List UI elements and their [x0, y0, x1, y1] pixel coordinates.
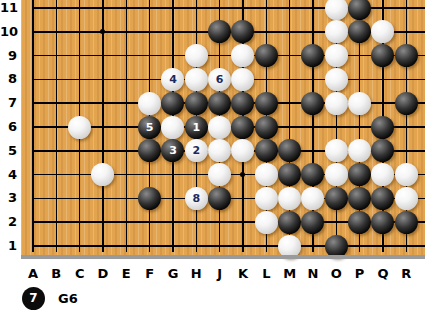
stone-white-J4 — [208, 163, 231, 186]
stone-black-N4 — [301, 163, 324, 186]
stone-black-N2 — [301, 211, 324, 234]
stone-white-O10 — [325, 20, 348, 43]
stone-white-F7 — [138, 92, 161, 115]
stone-black-Q2 — [371, 211, 394, 234]
stone-black-R9 — [395, 44, 418, 67]
stone-black-M2 — [278, 211, 301, 234]
stone-black-H6: 1 — [185, 116, 208, 139]
stone-black-K7 — [231, 92, 254, 115]
stone-white-D4 — [91, 163, 114, 186]
stone-black-L9 — [255, 44, 278, 67]
stone-white-J6 — [208, 116, 231, 139]
stone-black-J3 — [208, 187, 231, 210]
row-label-7: 7 — [0, 94, 17, 112]
stone-black-L6 — [255, 116, 278, 139]
row-label-9: 9 — [0, 47, 17, 65]
stone-white-P7 — [348, 92, 371, 115]
star-point-K4 — [240, 172, 245, 177]
stone-black-H7 — [185, 92, 208, 115]
row-label-10: 10 — [0, 23, 17, 41]
row-label-5: 5 — [0, 142, 17, 160]
stone-black-N7 — [301, 92, 324, 115]
move-number-3: 3 — [169, 145, 177, 156]
col-label-F: F — [140, 266, 160, 282]
grid-line-row-9 — [32, 55, 425, 57]
row-label-6: 6 — [0, 118, 17, 136]
move-number-2: 2 — [192, 145, 200, 156]
stone-white-K9 — [231, 44, 254, 67]
stone-white-H5: 2 — [185, 139, 208, 162]
stone-white-H9 — [185, 44, 208, 67]
col-label-R: R — [396, 266, 416, 282]
stone-white-O11 — [325, 0, 348, 20]
col-label-E: E — [116, 266, 136, 282]
stone-white-O8 — [325, 68, 348, 91]
star-point-D10 — [100, 29, 105, 34]
col-label-O: O — [326, 266, 346, 282]
stone-black-R7 — [395, 92, 418, 115]
grid-line-row-1 — [32, 245, 425, 247]
stone-black-Q5 — [371, 139, 394, 162]
row-label-8: 8 — [0, 70, 17, 88]
move-number-5: 5 — [146, 122, 154, 133]
col-label-C: C — [70, 266, 90, 282]
stone-black-K10 — [231, 20, 254, 43]
col-label-D: D — [93, 266, 113, 282]
col-label-B: B — [46, 266, 66, 282]
stone-black-P3 — [348, 187, 371, 210]
stone-white-N3 — [301, 187, 324, 210]
move-number-1: 1 — [192, 122, 200, 133]
stone-black-P4 — [348, 163, 371, 186]
col-label-N: N — [303, 266, 323, 282]
col-label-G: G — [163, 266, 183, 282]
stone-white-R3 — [395, 187, 418, 210]
stone-white-O4 — [325, 163, 348, 186]
stone-black-J7 — [208, 92, 231, 115]
col-label-A: A — [23, 266, 43, 282]
stone-black-L7 — [255, 92, 278, 115]
stone-black-L5 — [255, 139, 278, 162]
row-label-3: 3 — [0, 189, 17, 207]
stone-white-J8: 6 — [208, 68, 231, 91]
stone-black-P11 — [348, 0, 371, 20]
stone-black-G7 — [161, 92, 184, 115]
col-label-J: J — [210, 266, 230, 282]
col-label-Q: Q — [373, 266, 393, 282]
go-diagram: 4651328 1110987654321ABCDEFGHJKLMNOPQR 7… — [0, 0, 425, 321]
move-caption: 7 G6 — [22, 286, 78, 310]
stone-black-Q9 — [371, 44, 394, 67]
row-label-4: 4 — [0, 166, 17, 184]
move-number-6: 6 — [216, 74, 224, 85]
stone-black-M5 — [278, 139, 301, 162]
stone-white-K8 — [231, 68, 254, 91]
stone-black-Q6 — [371, 116, 394, 139]
stone-black-F5 — [138, 139, 161, 162]
stone-black-P2 — [348, 211, 371, 234]
row-label-1: 1 — [0, 237, 17, 255]
stone-white-Q10 — [371, 20, 394, 43]
stone-white-H8 — [185, 68, 208, 91]
move-number-4: 4 — [169, 74, 177, 85]
go-board: 4651328 — [21, 0, 425, 255]
stone-white-G6 — [161, 116, 184, 139]
stone-white-L2 — [255, 211, 278, 234]
stone-white-K5 — [231, 139, 254, 162]
stone-black-F6: 5 — [138, 116, 161, 139]
stone-black-R2 — [395, 211, 418, 234]
caption-coordinate: G6 — [58, 291, 78, 306]
stone-black-K6 — [231, 116, 254, 139]
stone-black-O3 — [325, 187, 348, 210]
stone-white-M3 — [278, 187, 301, 210]
stone-white-L4 — [255, 163, 278, 186]
caption-move-stone: 7 — [22, 287, 45, 310]
stone-white-O5 — [325, 139, 348, 162]
stone-white-O9 — [325, 44, 348, 67]
stone-white-L3 — [255, 187, 278, 210]
board-edge-shadow — [21, 255, 425, 259]
stone-white-P5 — [348, 139, 371, 162]
stone-white-C6 — [68, 116, 91, 139]
stone-black-J10 — [208, 20, 231, 43]
stone-black-G5: 3 — [161, 139, 184, 162]
col-label-M: M — [280, 266, 300, 282]
col-label-P: P — [350, 266, 370, 282]
row-label-2: 2 — [0, 213, 17, 231]
stone-black-Q3 — [371, 187, 394, 210]
stone-black-P10 — [348, 20, 371, 43]
stone-white-H3: 8 — [185, 187, 208, 210]
col-label-K: K — [233, 266, 253, 282]
col-label-L: L — [256, 266, 276, 282]
stone-white-Q4 — [371, 163, 394, 186]
row-label-11: 11 — [0, 0, 17, 17]
stone-black-N9 — [301, 44, 324, 67]
stone-black-M4 — [278, 163, 301, 186]
stone-black-F3 — [138, 187, 161, 210]
move-number-8: 8 — [192, 193, 200, 204]
col-label-H: H — [186, 266, 206, 282]
stone-white-R4 — [395, 163, 418, 186]
caption-move-number: 7 — [29, 291, 37, 305]
stone-white-O7 — [325, 92, 348, 115]
stone-white-G8: 4 — [161, 68, 184, 91]
stone-white-J5 — [208, 139, 231, 162]
